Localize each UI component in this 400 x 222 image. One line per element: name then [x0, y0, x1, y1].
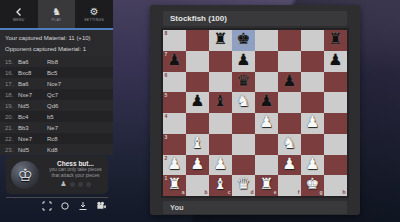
move-number: 22.: [5, 136, 18, 142]
game-mode-title: Chess but...: [43, 160, 108, 167]
move-list: 15.Ba6Rb816.Bxc8Bc517.Ba6Nce718.Nxe7Qc71…: [0, 56, 113, 155]
download-icon[interactable]: [78, 201, 88, 211]
file-label: d: [250, 190, 253, 195]
chess-board: 8♜♚♜7♟♟♟6♛♟5♟♝♞♟4♟♟3♝♞2♟♟♟♟♟1a♜bc♝d♛e♜fg…: [163, 30, 347, 196]
circle-icon[interactable]: [60, 201, 70, 211]
piece-white-pawn: ♟: [191, 157, 205, 174]
square-d8[interactable]: ♚: [232, 30, 255, 51]
player-name: You: [163, 201, 347, 214]
move-number: 18.: [5, 92, 18, 98]
square-d2[interactable]: [232, 155, 255, 176]
game-mode-description-line2: that attack your pieces: [43, 173, 108, 179]
rank-label: 2: [165, 156, 168, 161]
difficulty-dots: [70, 182, 91, 187]
file-label: g: [319, 190, 322, 195]
square-g6[interactable]: [301, 72, 324, 93]
move-white: Bc4: [18, 114, 47, 120]
square-e4[interactable]: ♟: [255, 113, 278, 134]
square-e7[interactable]: [255, 51, 278, 72]
piece-black-rook: ♜: [329, 32, 343, 49]
square-b5[interactable]: ♟: [186, 92, 209, 113]
piece-black-bishop: ♝: [214, 94, 228, 111]
dot-icon: [86, 182, 91, 187]
square-e3[interactable]: [255, 134, 278, 155]
knight-icon: ♞: [52, 6, 61, 17]
king-icon: ♔: [17, 165, 32, 185]
file-label: h: [342, 190, 345, 195]
piece-white-rook: ♜: [260, 177, 274, 194]
menu-button-label: MENU: [13, 18, 25, 22]
piece-black-king: ♚: [237, 32, 251, 49]
move-number: 15.: [5, 59, 18, 65]
move-white: Nd5: [18, 103, 47, 109]
square-e5[interactable]: ♟: [255, 92, 278, 113]
square-e2[interactable]: [255, 155, 278, 176]
rank-label: 8: [165, 31, 168, 36]
play-button[interactable]: ♞ PLAY: [38, 0, 76, 28]
square-c2[interactable]: ♟: [209, 155, 232, 176]
piece-white-pawn: ♟: [214, 157, 228, 174]
move-white: Ba6: [18, 81, 47, 87]
square-d1[interactable]: d♛: [232, 175, 255, 196]
piece-white-knight: ♞: [237, 94, 251, 111]
square-h3[interactable]: [324, 134, 347, 155]
square-h6[interactable]: [324, 72, 347, 93]
square-e8[interactable]: [255, 30, 278, 51]
move-number: 21.: [5, 125, 18, 131]
square-f6[interactable]: ♟: [278, 72, 301, 93]
file-label: f: [298, 190, 300, 195]
piece-black-pawn: ♟: [260, 94, 274, 111]
square-a8[interactable]: 8: [163, 30, 186, 51]
king-avatar: ♔: [11, 161, 39, 189]
rank-label: 1: [165, 176, 168, 181]
move-black: Kd8: [47, 147, 113, 153]
square-d5[interactable]: ♞: [232, 92, 255, 113]
move-black: Qc7: [47, 92, 113, 98]
square-c4[interactable]: [209, 113, 232, 134]
move-white: Bb3: [18, 125, 47, 131]
piece-white-pawn: ♟: [306, 115, 320, 132]
square-h4[interactable]: [324, 113, 347, 134]
piece-black-queen: ♛: [237, 74, 251, 91]
square-g1[interactable]: g♚: [301, 175, 324, 196]
piece-black-pawn: ♟: [168, 53, 182, 70]
square-b4[interactable]: [186, 113, 209, 134]
piece-black-rook: ♜: [214, 32, 228, 49]
opponent-name: Stockfish (100): [163, 11, 347, 26]
square-b2[interactable]: ♟: [186, 155, 209, 176]
rank-label: 4: [165, 114, 168, 119]
piece-black-pawn: ♟: [237, 53, 251, 70]
move-white: Ba6: [18, 59, 47, 65]
square-c7[interactable]: [209, 51, 232, 72]
app-window: MENU ♞ PLAY ⚙ SETTINGS Your captured Mat…: [0, 0, 400, 222]
file-label: b: [204, 190, 207, 195]
square-c5[interactable]: ♝: [209, 92, 232, 113]
square-h2[interactable]: [324, 155, 347, 176]
file-label: c: [228, 190, 231, 195]
square-e1[interactable]: e♜: [255, 175, 278, 196]
square-f4[interactable]: [278, 113, 301, 134]
square-b6[interactable]: [186, 72, 209, 93]
dot-icon: [78, 182, 83, 187]
square-c1[interactable]: c♝: [209, 175, 232, 196]
top-toolbar: MENU ♞ PLAY ⚙ SETTINGS: [0, 0, 113, 28]
move-white: Nd5: [18, 147, 47, 153]
move-black: Bc5: [47, 70, 113, 76]
captured-material-panel: Your captured Material: 11 (+10) Opponen…: [0, 28, 113, 56]
square-f5[interactable]: [278, 92, 301, 113]
square-h7[interactable]: ♟: [324, 51, 347, 72]
square-f1[interactable]: f: [278, 175, 301, 196]
square-c3[interactable]: [209, 134, 232, 155]
fullscreen-icon[interactable]: [42, 201, 52, 211]
rank-label: 7: [165, 52, 168, 57]
rank-label: 3: [165, 135, 168, 140]
game-mode-info: Chess but... you can only take pieces th…: [43, 156, 108, 188]
move-row[interactable]: 23.Nd5Kd8: [0, 144, 113, 155]
square-a1[interactable]: 1a♜: [163, 175, 186, 196]
piece-white-rook: ♜: [168, 177, 182, 194]
opponent-captured-material: Opponent captured Material: 1: [5, 44, 108, 55]
square-c6[interactable]: [209, 72, 232, 93]
square-f2[interactable]: ♟: [278, 155, 301, 176]
square-b3[interactable]: ♝: [186, 134, 209, 155]
game-mode-meta: ♟: [43, 181, 108, 188]
move-black: Rb8: [47, 59, 113, 65]
settings-button[interactable]: ⚙ SETTINGS: [75, 0, 113, 28]
square-d4[interactable]: [232, 113, 255, 134]
move-row[interactable]: 21.Bb3Ne7: [0, 122, 113, 133]
move-black: Rc8: [47, 136, 113, 142]
square-b1[interactable]: b: [186, 175, 209, 196]
square-f7[interactable]: [278, 51, 301, 72]
square-e6[interactable]: [255, 72, 278, 93]
square-f3[interactable]: ♞: [278, 134, 301, 155]
rank-label: 5: [165, 93, 168, 98]
your-captured-material: Your captured Material: 11 (+10): [5, 33, 108, 44]
square-a7[interactable]: 7♟: [163, 51, 186, 72]
piece-white-pawn: ♟: [306, 157, 320, 174]
square-b8[interactable]: [186, 30, 209, 51]
move-row[interactable]: 18.Nxe7Qc7: [0, 89, 113, 100]
board-panel: Stockfish (100) 8♜♚♜7♟♟♟6♛♟5♟♝♞♟4♟♟3♝♞2♟…: [150, 5, 360, 215]
move-black: Nce7: [47, 81, 113, 87]
square-g8[interactable]: [301, 30, 324, 51]
gear-icon: ⚙: [90, 6, 99, 17]
piece-black-pawn: ♟: [329, 53, 343, 70]
dot-icon: [70, 182, 75, 187]
camera-icon[interactable]: [96, 201, 107, 211]
move-white: Bxc8: [18, 70, 47, 76]
move-white: Nxe7: [18, 92, 47, 98]
square-b7[interactable]: [186, 51, 209, 72]
piece-white-pawn: ♟: [260, 115, 274, 132]
square-a4[interactable]: 4: [163, 113, 186, 134]
piece-white-knight: ♞: [283, 136, 297, 153]
move-black: Ne7: [47, 125, 113, 131]
square-a3[interactable]: 3: [163, 134, 186, 155]
square-h1[interactable]: h: [324, 175, 347, 196]
move-black: b5: [47, 114, 113, 120]
square-g7[interactable]: [301, 51, 324, 72]
move-row[interactable]: 20.Bc4b5: [0, 111, 113, 122]
move-white: Nxe7: [18, 136, 47, 142]
footer-toolbar: [42, 201, 107, 211]
square-c8[interactable]: ♜: [209, 30, 232, 51]
menu-button[interactable]: MENU: [0, 0, 38, 28]
pawn-icon: ♟: [60, 181, 66, 188]
piece-white-king: ♚: [306, 177, 320, 194]
file-label: e: [274, 190, 277, 195]
square-g2[interactable]: ♟: [301, 155, 324, 176]
square-g3[interactable]: [301, 134, 324, 155]
square-a6[interactable]: 6: [163, 72, 186, 93]
square-d7[interactable]: ♟: [232, 51, 255, 72]
move-row[interactable]: 17.Ba6Nce7: [0, 78, 113, 89]
piece-black-pawn: ♟: [191, 94, 205, 111]
settings-button-label: SETTINGS: [84, 18, 104, 22]
square-h5[interactable]: [324, 92, 347, 113]
move-number: 16.: [5, 70, 18, 76]
move-number: 23.: [5, 147, 18, 153]
piece-black-pawn: ♟: [283, 74, 297, 91]
file-label: a: [182, 190, 185, 195]
move-number: 17.: [5, 81, 18, 87]
square-g4[interactable]: ♟: [301, 113, 324, 134]
square-h8[interactable]: ♜: [324, 30, 347, 51]
square-d3[interactable]: [232, 134, 255, 155]
rank-label: 6: [165, 73, 168, 78]
move-row[interactable]: 15.Ba6Rb8: [0, 56, 113, 67]
piece-white-queen: ♛: [237, 177, 251, 194]
move-number: 19.: [5, 103, 18, 109]
game-mode-card: ♔ Chess but... you can only take pieces …: [6, 156, 108, 194]
sidebar-divider: [6, 197, 108, 198]
move-row[interactable]: 16.Bxc8Bc5: [0, 67, 113, 78]
move-row[interactable]: 22.Nxe7Rc8: [0, 133, 113, 144]
piece-white-pawn: ♟: [283, 157, 297, 174]
play-button-label: PLAY: [52, 18, 62, 22]
move-number: 20.: [5, 114, 18, 120]
piece-white-bishop: ♝: [214, 177, 228, 194]
chevron-left-icon: [15, 6, 23, 17]
sidebar: MENU ♞ PLAY ⚙ SETTINGS Your captured Mat…: [0, 0, 113, 155]
square-a5[interactable]: 5: [163, 92, 186, 113]
move-row[interactable]: 19.Nd5Qd6: [0, 100, 113, 111]
move-black: Qd6: [47, 103, 113, 109]
square-g5[interactable]: [301, 92, 324, 113]
square-f8[interactable]: [278, 30, 301, 51]
piece-white-pawn: ♟: [168, 157, 182, 174]
square-d6[interactable]: ♛: [232, 72, 255, 93]
square-a2[interactable]: 2♟: [163, 155, 186, 176]
piece-white-bishop: ♝: [191, 136, 205, 153]
